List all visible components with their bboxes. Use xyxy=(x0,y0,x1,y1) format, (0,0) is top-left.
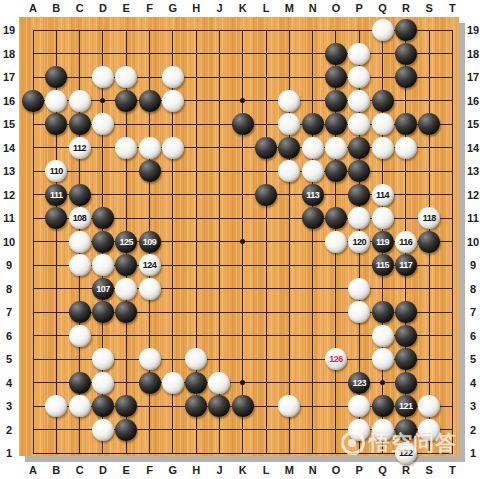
column-label-top: L xyxy=(258,1,274,15)
row-label-right: 11 xyxy=(465,211,481,225)
black-stone xyxy=(395,113,417,135)
column-label-top: R xyxy=(398,1,414,15)
white-stone xyxy=(395,137,417,159)
stone-number: 108 xyxy=(73,207,87,229)
white-stone xyxy=(372,348,394,370)
column-label-bottom: D xyxy=(95,463,111,477)
white-stone xyxy=(162,372,184,394)
black-stone xyxy=(372,301,394,323)
white-stone xyxy=(92,348,114,370)
black-stone xyxy=(325,43,347,65)
white-stone xyxy=(115,137,137,159)
row-label-left: 8 xyxy=(1,282,17,296)
black-stone xyxy=(395,325,417,347)
column-label-top: Q xyxy=(375,1,391,15)
stone-number: 117 xyxy=(399,254,412,276)
stone-number: 113 xyxy=(306,184,319,206)
black-stone xyxy=(325,160,347,182)
black-stone xyxy=(22,90,44,112)
column-label-bottom: K xyxy=(235,463,251,477)
stone-number: 123 xyxy=(353,372,367,394)
white-stone xyxy=(45,90,67,112)
white-stone xyxy=(372,325,394,347)
row-label-left: 19 xyxy=(1,23,17,37)
black-stone xyxy=(372,90,394,112)
white-stone xyxy=(185,348,207,370)
row-label-right: 18 xyxy=(465,47,481,61)
white-stone xyxy=(92,419,114,441)
stone-number: 116 xyxy=(399,231,412,253)
white-stone xyxy=(348,43,370,65)
black-stone xyxy=(69,372,91,394)
row-label-left: 3 xyxy=(1,399,17,413)
white-stone xyxy=(139,137,161,159)
row-label-left: 12 xyxy=(1,188,17,202)
row-label-left: 2 xyxy=(1,423,17,437)
stone-number: 125 xyxy=(119,231,133,253)
white-stone xyxy=(162,137,184,159)
white-stone xyxy=(372,19,394,41)
stone-number: 112 xyxy=(73,137,86,159)
row-label-left: 17 xyxy=(1,70,17,84)
white-stone xyxy=(208,372,230,394)
column-label-top: P xyxy=(351,1,367,15)
row-label-right: 12 xyxy=(465,188,481,202)
black-stone xyxy=(92,207,114,229)
white-stone: 126 xyxy=(325,348,347,370)
stone-number: 126 xyxy=(329,348,343,370)
black-stone xyxy=(325,66,347,88)
row-label-right: 8 xyxy=(465,282,481,296)
row-label-left: 18 xyxy=(1,47,17,61)
column-label-top: O xyxy=(328,1,344,15)
black-stone: 117 xyxy=(395,254,417,276)
row-label-left: 10 xyxy=(1,235,17,249)
stone-number: 118 xyxy=(423,207,436,229)
black-stone xyxy=(69,184,91,206)
column-label-bottom: R xyxy=(398,463,414,477)
white-stone xyxy=(69,395,91,417)
row-label-left: 16 xyxy=(1,94,17,108)
stone-number: 107 xyxy=(96,278,110,300)
black-stone xyxy=(325,113,347,135)
column-label-bottom: Q xyxy=(375,463,391,477)
white-stone xyxy=(278,90,300,112)
white-stone xyxy=(372,137,394,159)
row-label-right: 15 xyxy=(465,117,481,131)
column-label-top: C xyxy=(72,1,88,15)
white-stone: 108 xyxy=(69,207,91,229)
stone-number: 114 xyxy=(376,184,389,206)
black-stone: 107 xyxy=(92,278,114,300)
column-label-top: J xyxy=(211,1,227,15)
row-label-left: 13 xyxy=(1,164,17,178)
column-label-top: D xyxy=(95,1,111,15)
row-label-right: 4 xyxy=(465,376,481,390)
column-label-top: A xyxy=(25,1,41,15)
black-stone xyxy=(185,372,207,394)
stone-number: 110 xyxy=(50,160,63,182)
black-stone xyxy=(139,160,161,182)
column-label-bottom: L xyxy=(258,463,274,477)
white-stone xyxy=(302,137,324,159)
black-stone: 115 xyxy=(372,254,394,276)
white-stone: 116 xyxy=(395,231,417,253)
column-label-bottom: A xyxy=(25,463,41,477)
white-stone xyxy=(92,372,114,394)
row-label-right: 9 xyxy=(465,258,481,272)
stone-number: 119 xyxy=(376,231,389,253)
column-label-bottom: G xyxy=(165,463,181,477)
watermark-text: 悟空问答 xyxy=(369,429,457,457)
white-stone xyxy=(348,278,370,300)
black-stone xyxy=(395,19,417,41)
white-stone xyxy=(92,254,114,276)
row-label-left: 6 xyxy=(1,329,17,343)
black-stone xyxy=(139,372,161,394)
black-stone xyxy=(302,207,324,229)
go-diagram-screenshot: 悟空问答 AABBCCDDEEFFGGHHJJKKLLMMNNOOPPQQRRS… xyxy=(0,0,483,479)
black-stone xyxy=(232,395,254,417)
black-stone xyxy=(395,301,417,323)
column-label-bottom: T xyxy=(444,463,460,477)
black-stone xyxy=(325,207,347,229)
black-stone: 113 xyxy=(302,184,324,206)
black-stone xyxy=(395,372,417,394)
white-stone: 112 xyxy=(69,137,91,159)
white-stone xyxy=(69,254,91,276)
column-label-top: N xyxy=(305,1,321,15)
black-stone xyxy=(395,66,417,88)
white-stone xyxy=(372,207,394,229)
row-label-left: 9 xyxy=(1,258,17,272)
row-label-right: 19 xyxy=(465,23,481,37)
column-label-top: B xyxy=(48,1,64,15)
grid-line-vertical xyxy=(452,30,453,454)
grid-line-vertical xyxy=(266,30,267,454)
column-label-bottom: M xyxy=(281,463,297,477)
white-stone xyxy=(115,278,137,300)
grid-line-vertical xyxy=(312,30,313,454)
row-label-left: 1 xyxy=(1,446,17,460)
column-label-bottom: N xyxy=(305,463,321,477)
column-label-top: T xyxy=(444,1,460,15)
column-label-bottom: S xyxy=(421,463,437,477)
black-stone xyxy=(418,231,440,253)
black-stone xyxy=(115,90,137,112)
white-stone: 114 xyxy=(372,184,394,206)
black-stone: 119 xyxy=(372,231,394,253)
row-label-right: 17 xyxy=(465,70,481,84)
white-stone: 120 xyxy=(348,231,370,253)
black-stone xyxy=(395,43,417,65)
black-stone xyxy=(139,90,161,112)
black-stone: 121 xyxy=(395,395,417,417)
white-stone xyxy=(325,231,347,253)
column-label-bottom: O xyxy=(328,463,344,477)
white-stone xyxy=(348,90,370,112)
row-label-left: 11 xyxy=(1,211,17,225)
column-label-bottom: C xyxy=(72,463,88,477)
white-stone xyxy=(325,137,347,159)
column-label-top: G xyxy=(165,1,181,15)
column-label-bottom: B xyxy=(48,463,64,477)
white-stone xyxy=(139,278,161,300)
row-label-right: 2 xyxy=(465,423,481,437)
column-label-top: H xyxy=(188,1,204,15)
column-label-top: S xyxy=(421,1,437,15)
row-label-left: 7 xyxy=(1,305,17,319)
white-stone xyxy=(372,113,394,135)
row-label-right: 5 xyxy=(465,352,481,366)
column-label-bottom: E xyxy=(118,463,134,477)
grid-line-horizontal xyxy=(33,171,453,172)
column-label-top: F xyxy=(142,1,158,15)
row-label-right: 1 xyxy=(465,446,481,460)
black-stone xyxy=(92,231,114,253)
column-label-top: M xyxy=(281,1,297,15)
stone-number: 115 xyxy=(376,254,389,276)
row-label-right: 10 xyxy=(465,235,481,249)
white-stone xyxy=(162,90,184,112)
white-stone xyxy=(302,160,324,182)
column-label-top: K xyxy=(235,1,251,15)
row-label-right: 6 xyxy=(465,329,481,343)
row-label-right: 16 xyxy=(465,94,481,108)
black-stone xyxy=(115,419,137,441)
black-stone xyxy=(348,184,370,206)
stone-number: 109 xyxy=(143,231,157,253)
white-stone xyxy=(69,90,91,112)
white-stone xyxy=(418,395,440,417)
white-stone xyxy=(139,348,161,370)
black-stone xyxy=(302,113,324,135)
white-stone xyxy=(92,66,114,88)
black-stone xyxy=(278,137,300,159)
row-label-right: 7 xyxy=(465,305,481,319)
black-stone xyxy=(92,395,114,417)
black-stone xyxy=(255,184,277,206)
column-label-bottom: H xyxy=(188,463,204,477)
row-label-left: 15 xyxy=(1,117,17,131)
row-label-right: 13 xyxy=(465,164,481,178)
black-stone: 123 xyxy=(348,372,370,394)
black-stone: 111 xyxy=(45,184,67,206)
white-stone: 124 xyxy=(139,254,161,276)
stone-number: 121 xyxy=(399,395,413,417)
white-stone xyxy=(69,325,91,347)
column-label-top: E xyxy=(118,1,134,15)
stone-number: 111 xyxy=(50,184,63,206)
column-label-bottom: F xyxy=(142,463,158,477)
black-stone xyxy=(185,395,207,417)
black-stone: 125 xyxy=(115,231,137,253)
black-stone xyxy=(418,113,440,135)
black-stone xyxy=(255,137,277,159)
black-stone xyxy=(325,90,347,112)
row-label-left: 4 xyxy=(1,376,17,390)
row-label-right: 3 xyxy=(465,399,481,413)
black-stone: 109 xyxy=(139,231,161,253)
black-stone xyxy=(69,301,91,323)
black-stone xyxy=(232,113,254,135)
white-stone xyxy=(69,231,91,253)
stone-number: 120 xyxy=(353,231,367,253)
watermark: 悟空问答 xyxy=(341,424,481,462)
white-stone xyxy=(162,66,184,88)
black-stone xyxy=(372,395,394,417)
row-label-left: 5 xyxy=(1,352,17,366)
grid-line-horizontal xyxy=(33,53,453,54)
black-stone xyxy=(69,113,91,135)
black-stone xyxy=(395,348,417,370)
stone-number: 124 xyxy=(143,254,157,276)
black-stone xyxy=(348,137,370,159)
watermark-logo-icon xyxy=(341,431,365,455)
row-label-left: 14 xyxy=(1,141,17,155)
column-label-bottom: J xyxy=(211,463,227,477)
white-stone: 118 xyxy=(418,207,440,229)
row-label-right: 14 xyxy=(465,141,481,155)
column-label-bottom: P xyxy=(351,463,367,477)
black-stone xyxy=(92,301,114,323)
white-stone xyxy=(92,113,114,135)
